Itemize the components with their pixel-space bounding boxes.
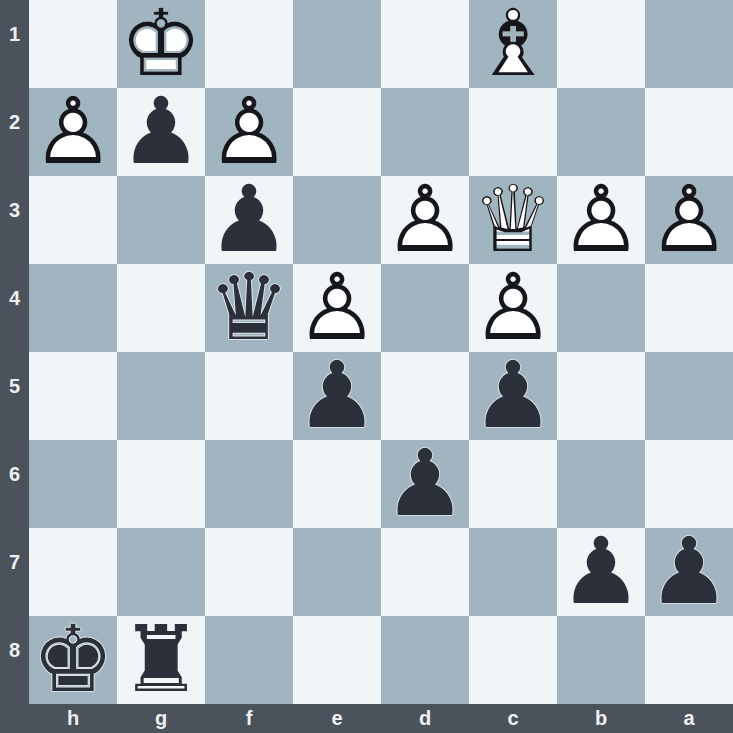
file-label-f: f <box>205 704 293 733</box>
square-c5[interactable]: ♟ <box>469 352 557 440</box>
square-d5[interactable] <box>381 352 469 440</box>
chessboard: ♚♔♝♗♟♙♟♟♙♟♟♙♛♕♟♙♟♙♛♟♙♟♙♟♟♟♟♟♚♜ <box>29 0 733 704</box>
file-label-b: b <box>557 704 645 733</box>
square-c8[interactable] <box>469 616 557 704</box>
square-b4[interactable] <box>557 264 645 352</box>
rank-label-5: 5 <box>0 342 29 430</box>
square-g8[interactable]: ♜ <box>117 616 205 704</box>
square-f8[interactable] <box>205 616 293 704</box>
square-g5[interactable] <box>117 352 205 440</box>
square-g6[interactable] <box>117 440 205 528</box>
square-h2[interactable]: ♟♙ <box>29 88 117 176</box>
square-g3[interactable] <box>117 176 205 264</box>
rank-label-1: 1 <box>0 0 29 78</box>
square-h6[interactable] <box>29 440 117 528</box>
square-f3[interactable]: ♟ <box>205 176 293 264</box>
square-a6[interactable] <box>645 440 733 528</box>
square-b2[interactable] <box>557 88 645 176</box>
rank-label-4: 4 <box>0 254 29 342</box>
white-pawn: ♟♙ <box>557 176 645 264</box>
black-rook: ♜ <box>117 616 205 704</box>
square-g7[interactable] <box>117 528 205 616</box>
black-queen: ♛ <box>205 264 293 352</box>
file-label-d: d <box>381 704 469 733</box>
square-a4[interactable] <box>645 264 733 352</box>
square-e1[interactable] <box>293 0 381 88</box>
white-pawn: ♟♙ <box>205 88 293 176</box>
square-b8[interactable] <box>557 616 645 704</box>
square-e6[interactable] <box>293 440 381 528</box>
rank-label-7: 7 <box>0 518 29 606</box>
white-bishop: ♝♗ <box>469 0 557 88</box>
square-c4[interactable]: ♟♙ <box>469 264 557 352</box>
square-e8[interactable] <box>293 616 381 704</box>
file-label-c: c <box>469 704 557 733</box>
square-h7[interactable] <box>29 528 117 616</box>
file-labels: hgfedcba <box>29 704 733 733</box>
white-pawn: ♟♙ <box>469 264 557 352</box>
square-b6[interactable] <box>557 440 645 528</box>
square-d8[interactable] <box>381 616 469 704</box>
square-e5[interactable]: ♟ <box>293 352 381 440</box>
square-a2[interactable] <box>645 88 733 176</box>
square-a5[interactable] <box>645 352 733 440</box>
square-h3[interactable] <box>29 176 117 264</box>
chessboard-frame: 12345678 ♚♔♝♗♟♙♟♟♙♟♟♙♛♕♟♙♟♙♛♟♙♟♙♟♟♟♟♟♚♜ … <box>0 0 733 733</box>
square-f7[interactable] <box>205 528 293 616</box>
black-pawn: ♟ <box>557 528 645 616</box>
square-d6[interactable]: ♟ <box>381 440 469 528</box>
white-pawn: ♟♙ <box>381 176 469 264</box>
square-b1[interactable] <box>557 0 645 88</box>
square-f1[interactable] <box>205 0 293 88</box>
black-pawn: ♟ <box>205 176 293 264</box>
white-king: ♚♔ <box>117 0 205 88</box>
square-b7[interactable]: ♟ <box>557 528 645 616</box>
file-label-h: h <box>29 704 117 733</box>
square-a7[interactable]: ♟ <box>645 528 733 616</box>
rank-label-6: 6 <box>0 430 29 518</box>
white-pawn: ♟♙ <box>293 264 381 352</box>
square-d3[interactable]: ♟♙ <box>381 176 469 264</box>
square-f5[interactable] <box>205 352 293 440</box>
square-e4[interactable]: ♟♙ <box>293 264 381 352</box>
square-f6[interactable] <box>205 440 293 528</box>
black-pawn: ♟ <box>293 352 381 440</box>
file-label-e: e <box>293 704 381 733</box>
square-h1[interactable] <box>29 0 117 88</box>
square-a1[interactable] <box>645 0 733 88</box>
square-c6[interactable] <box>469 440 557 528</box>
square-c7[interactable] <box>469 528 557 616</box>
black-pawn: ♟ <box>381 440 469 528</box>
square-e7[interactable] <box>293 528 381 616</box>
square-b5[interactable] <box>557 352 645 440</box>
black-pawn: ♟ <box>645 528 733 616</box>
square-f4[interactable]: ♛ <box>205 264 293 352</box>
white-queen: ♛♕ <box>469 176 557 264</box>
black-pawn: ♟ <box>469 352 557 440</box>
file-label-g: g <box>117 704 205 733</box>
square-g1[interactable]: ♚♔ <box>117 0 205 88</box>
square-h8[interactable]: ♚ <box>29 616 117 704</box>
square-d2[interactable] <box>381 88 469 176</box>
rank-label-2: 2 <box>0 78 29 166</box>
black-king: ♚ <box>29 616 117 704</box>
rank-label-8: 8 <box>0 606 29 694</box>
white-pawn: ♟♙ <box>29 88 117 176</box>
square-d4[interactable] <box>381 264 469 352</box>
white-pawn: ♟♙ <box>645 176 733 264</box>
square-a3[interactable]: ♟♙ <box>645 176 733 264</box>
black-pawn: ♟ <box>117 88 205 176</box>
file-label-a: a <box>645 704 733 733</box>
square-h4[interactable] <box>29 264 117 352</box>
square-e2[interactable] <box>293 88 381 176</box>
square-d7[interactable] <box>381 528 469 616</box>
square-b3[interactable]: ♟♙ <box>557 176 645 264</box>
square-g2[interactable]: ♟ <box>117 88 205 176</box>
square-f2[interactable]: ♟♙ <box>205 88 293 176</box>
square-c2[interactable] <box>469 88 557 176</box>
square-h5[interactable] <box>29 352 117 440</box>
rank-label-3: 3 <box>0 166 29 254</box>
square-e3[interactable] <box>293 176 381 264</box>
square-c3[interactable]: ♛♕ <box>469 176 557 264</box>
square-d1[interactable] <box>381 0 469 88</box>
square-g4[interactable] <box>117 264 205 352</box>
rank-labels: 12345678 <box>0 0 29 704</box>
square-c1[interactable]: ♝♗ <box>469 0 557 88</box>
square-a8[interactable] <box>645 616 733 704</box>
